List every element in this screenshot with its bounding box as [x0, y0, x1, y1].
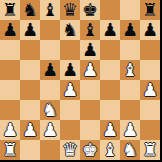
piece-white-knight[interactable]: ♞	[122, 140, 138, 160]
square-a2[interactable]: ♟	[0, 120, 20, 140]
piece-black-knight[interactable]: ♞	[22, 0, 38, 20]
square-b7[interactable]: ♟	[20, 20, 40, 40]
square-h2[interactable]	[140, 120, 160, 140]
square-h6[interactable]	[140, 40, 160, 60]
square-h7[interactable]: ♟	[140, 20, 160, 40]
square-d8[interactable]: ♛	[60, 0, 80, 20]
square-b6[interactable]	[20, 40, 40, 60]
piece-black-rook[interactable]: ♜	[142, 0, 158, 20]
square-b5[interactable]	[20, 60, 40, 80]
square-c6[interactable]	[40, 40, 60, 60]
square-a7[interactable]: ♟	[0, 20, 20, 40]
square-c8[interactable]: ♝	[40, 0, 60, 20]
piece-black-bishop[interactable]: ♝	[42, 0, 58, 20]
square-f6[interactable]	[100, 40, 120, 60]
square-d6[interactable]	[60, 40, 80, 60]
square-c5[interactable]: ♟	[40, 60, 60, 80]
square-g7[interactable]: ♟	[120, 20, 140, 40]
board-frame: ♜♞♝♛♚♜♟♟♞♝♟♟♟♟♟♟♟♝♟♟♞♟♟♟♟♟♜♛♚♝♞♜	[0, 0, 162, 162]
piece-white-pawn[interactable]: ♟	[22, 120, 38, 140]
square-h3[interactable]	[140, 100, 160, 120]
piece-black-king[interactable]: ♚	[82, 0, 98, 20]
piece-white-bishop[interactable]: ♝	[102, 140, 118, 160]
piece-white-pawn[interactable]: ♟	[2, 120, 18, 140]
piece-black-queen[interactable]: ♛	[62, 0, 78, 20]
square-f2[interactable]: ♟	[100, 120, 120, 140]
piece-black-pawn[interactable]: ♟	[2, 20, 18, 40]
square-f4[interactable]	[100, 80, 120, 100]
square-f1[interactable]: ♝	[100, 140, 120, 160]
square-c4[interactable]	[40, 80, 60, 100]
square-f5[interactable]	[100, 60, 120, 80]
square-e8[interactable]: ♚	[80, 0, 100, 20]
piece-white-pawn[interactable]: ♟	[62, 80, 78, 100]
piece-black-rook[interactable]: ♜	[2, 0, 18, 20]
square-b2[interactable]: ♟	[20, 120, 40, 140]
piece-black-pawn[interactable]: ♟	[22, 20, 38, 40]
piece-black-pawn[interactable]: ♟	[62, 60, 78, 80]
square-d1[interactable]: ♛	[60, 140, 80, 160]
square-e2[interactable]	[80, 120, 100, 140]
square-e6[interactable]: ♟	[80, 40, 100, 60]
chess-board: ♜♞♝♛♚♜♟♟♞♝♟♟♟♟♟♟♟♝♟♟♞♟♟♟♟♟♜♛♚♝♞♜	[0, 0, 160, 160]
piece-black-pawn[interactable]: ♟	[122, 20, 138, 40]
square-f3[interactable]	[100, 100, 120, 120]
piece-white-king[interactable]: ♚	[82, 140, 98, 160]
square-b8[interactable]: ♞	[20, 0, 40, 20]
square-c2[interactable]: ♟	[40, 120, 60, 140]
square-e5[interactable]: ♟	[80, 60, 100, 80]
piece-white-pawn[interactable]: ♟	[142, 80, 158, 100]
square-h8[interactable]: ♜	[140, 0, 160, 20]
square-e3[interactable]	[80, 100, 100, 120]
square-d3[interactable]	[60, 100, 80, 120]
square-f8[interactable]	[100, 0, 120, 20]
piece-black-knight[interactable]: ♞	[62, 20, 78, 40]
piece-white-rook[interactable]: ♜	[2, 140, 18, 160]
square-e1[interactable]: ♚	[80, 140, 100, 160]
square-a6[interactable]	[0, 40, 20, 60]
square-b1[interactable]	[20, 140, 40, 160]
piece-white-rook[interactable]: ♜	[142, 140, 158, 160]
piece-black-pawn[interactable]: ♟	[82, 40, 98, 60]
square-e4[interactable]	[80, 80, 100, 100]
square-a1[interactable]: ♜	[0, 140, 20, 160]
square-g3[interactable]	[120, 100, 140, 120]
square-d4[interactable]: ♟	[60, 80, 80, 100]
square-a5[interactable]	[0, 60, 20, 80]
square-b4[interactable]	[20, 80, 40, 100]
square-g2[interactable]: ♟	[120, 120, 140, 140]
square-c3[interactable]: ♞	[40, 100, 60, 120]
square-a3[interactable]	[0, 100, 20, 120]
square-b3[interactable]	[20, 100, 40, 120]
square-a4[interactable]	[0, 80, 20, 100]
square-c7[interactable]	[40, 20, 60, 40]
piece-white-pawn[interactable]: ♟	[102, 120, 118, 140]
square-h4[interactable]: ♟	[140, 80, 160, 100]
piece-black-pawn[interactable]: ♟	[102, 20, 118, 40]
piece-black-bishop[interactable]: ♝	[82, 20, 98, 40]
piece-white-knight[interactable]: ♞	[42, 100, 58, 120]
square-g5[interactable]: ♝	[120, 60, 140, 80]
square-g6[interactable]	[120, 40, 140, 60]
square-g1[interactable]: ♞	[120, 140, 140, 160]
piece-black-pawn[interactable]: ♟	[142, 20, 158, 40]
piece-white-pawn[interactable]: ♟	[82, 60, 98, 80]
piece-white-pawn[interactable]: ♟	[122, 120, 138, 140]
square-h5[interactable]	[140, 60, 160, 80]
square-g8[interactable]	[120, 0, 140, 20]
square-d5[interactable]: ♟	[60, 60, 80, 80]
square-h1[interactable]: ♜	[140, 140, 160, 160]
piece-white-pawn[interactable]: ♟	[42, 120, 58, 140]
square-c1[interactable]	[40, 140, 60, 160]
piece-white-queen[interactable]: ♛	[62, 140, 78, 160]
square-f7[interactable]: ♟	[100, 20, 120, 40]
square-g4[interactable]	[120, 80, 140, 100]
piece-black-pawn[interactable]: ♟	[42, 60, 58, 80]
square-d7[interactable]: ♞	[60, 20, 80, 40]
piece-white-bishop[interactable]: ♝	[122, 60, 138, 80]
square-a8[interactable]: ♜	[0, 0, 20, 20]
square-d2[interactable]	[60, 120, 80, 140]
square-e7[interactable]: ♝	[80, 20, 100, 40]
